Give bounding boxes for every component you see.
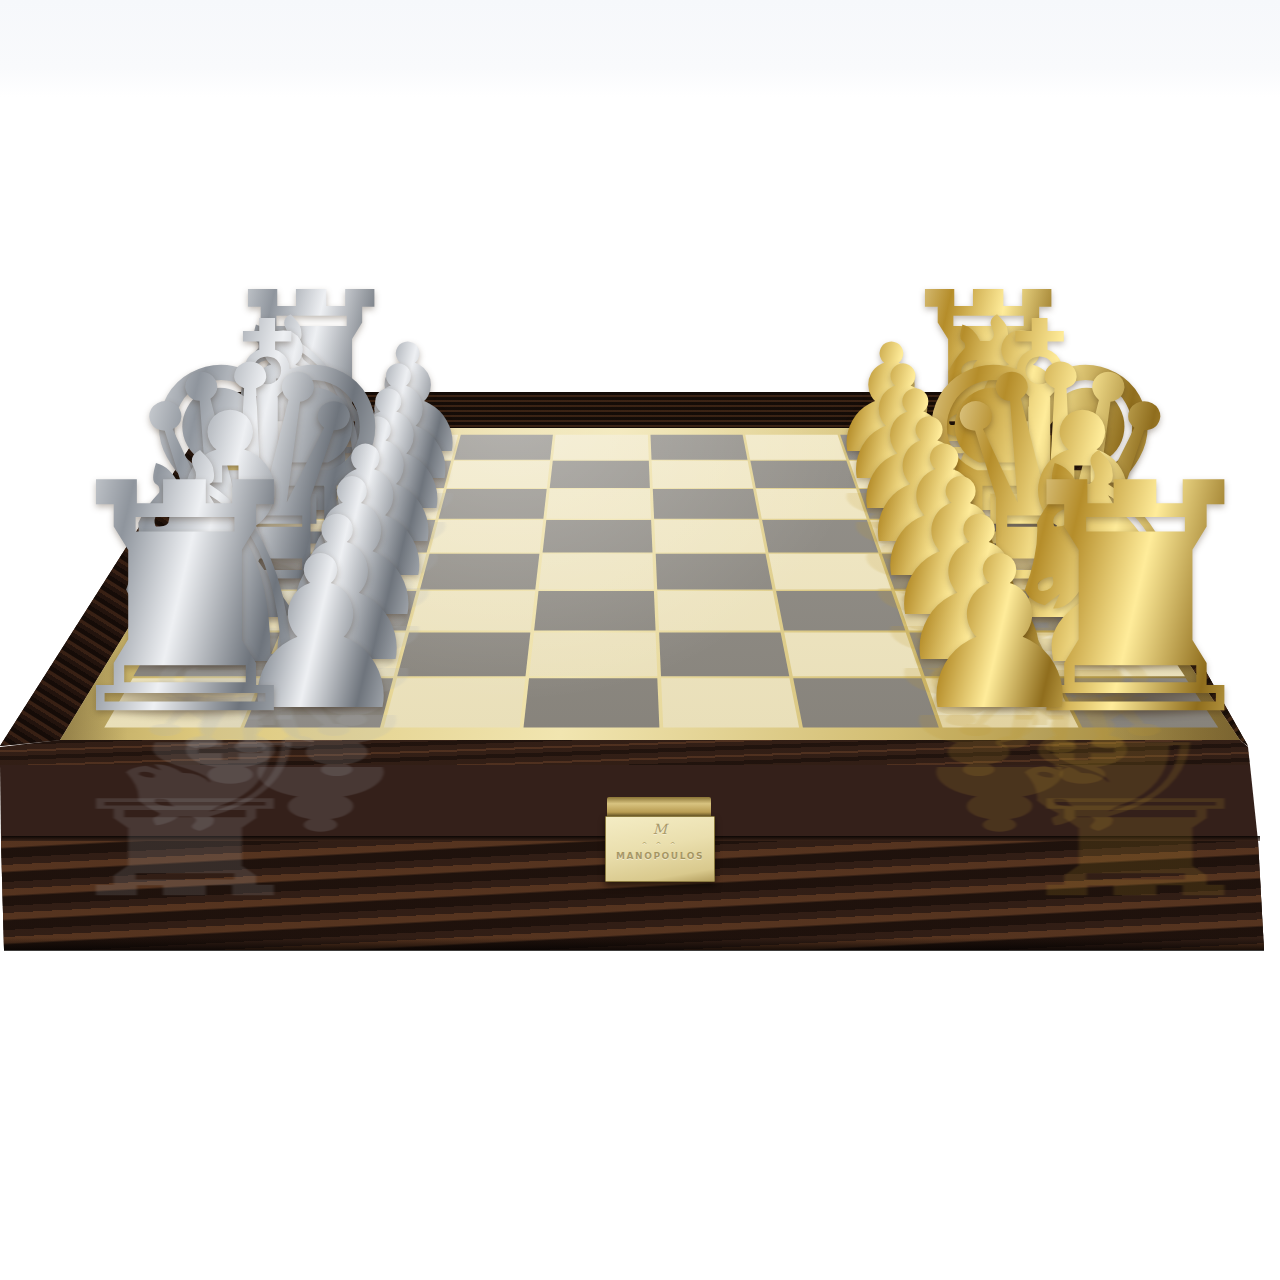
clasp-marks: ^ ^ ^ [606,841,714,849]
rook-glyph: ♜ [43,443,326,759]
clasp-logo: M [606,821,714,837]
case-bottom-edge [4,938,1264,951]
piece-reflection: ♟ [905,753,1094,842]
pawn-glyph: ♟ [905,529,1094,740]
case-clasp: M ^ ^ ^ MANOPOULOS [605,797,713,884]
background-top-band [0,0,1280,97]
clasp-brand-text: MANOPOULOS [606,851,714,861]
clasp-catch [607,797,711,816]
piece-reflection: ♜ [43,778,326,911]
product-photo-stage: ♜♜♟♟♟♟♜♜♞♞♟♟♟♟♞♞♝♝♟♟♟♟♝♝♚♚♟♟♟♟♚♚♛♛♟♟♟♟♛♛… [0,0,1280,1280]
clasp-plate: M ^ ^ ^ MANOPOULOS [605,816,715,882]
